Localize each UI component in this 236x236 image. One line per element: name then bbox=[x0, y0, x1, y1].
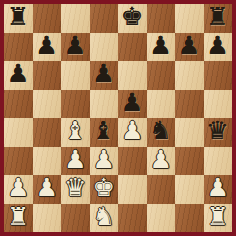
piece-black-knight[interactable]: ♞ bbox=[150, 118, 172, 146]
square-a5[interactable] bbox=[4, 90, 33, 119]
square-a7[interactable] bbox=[4, 33, 33, 62]
square-f5[interactable] bbox=[147, 90, 176, 119]
square-g8[interactable] bbox=[175, 4, 204, 33]
piece-black-bishop[interactable]: ♝ bbox=[93, 118, 115, 146]
square-h1[interactable]: ♜ bbox=[204, 204, 233, 233]
square-e6[interactable] bbox=[118, 61, 147, 90]
square-f6[interactable] bbox=[147, 61, 176, 90]
square-d8[interactable] bbox=[90, 4, 119, 33]
piece-black-queen[interactable]: ♛ bbox=[207, 118, 229, 146]
piece-white-rook[interactable]: ♜ bbox=[7, 204, 29, 232]
piece-black-pawn[interactable]: ♟ bbox=[150, 33, 172, 61]
square-e2[interactable] bbox=[118, 175, 147, 204]
square-d3[interactable]: ♟ bbox=[90, 147, 119, 176]
square-a6[interactable]: ♟ bbox=[4, 61, 33, 90]
square-h6[interactable] bbox=[204, 61, 233, 90]
piece-black-pawn[interactable]: ♟ bbox=[64, 33, 86, 61]
piece-black-rook[interactable]: ♜ bbox=[7, 4, 29, 32]
square-e4[interactable]: ♟ bbox=[118, 118, 147, 147]
square-d2[interactable]: ♚ bbox=[90, 175, 119, 204]
square-d1[interactable]: ♞ bbox=[90, 204, 119, 233]
piece-white-pawn[interactable]: ♟ bbox=[36, 175, 58, 203]
square-h5[interactable] bbox=[204, 90, 233, 119]
square-g7[interactable]: ♟ bbox=[175, 33, 204, 62]
square-h4[interactable]: ♛ bbox=[204, 118, 233, 147]
square-b4[interactable] bbox=[33, 118, 62, 147]
chess-board: ♜♚♜♟♟♟♟♟♟♟♟♝♝♟♞♛♟♟♟♟♟♛♚♟♜♞♜ bbox=[4, 4, 232, 232]
square-a4[interactable] bbox=[4, 118, 33, 147]
piece-white-queen[interactable]: ♛ bbox=[64, 175, 86, 203]
piece-white-pawn[interactable]: ♟ bbox=[64, 147, 86, 175]
piece-black-pawn[interactable]: ♟ bbox=[7, 61, 29, 89]
piece-white-pawn[interactable]: ♟ bbox=[150, 147, 172, 175]
piece-white-knight[interactable]: ♞ bbox=[93, 204, 115, 232]
square-b1[interactable] bbox=[33, 204, 62, 233]
piece-black-pawn[interactable]: ♟ bbox=[93, 61, 115, 89]
piece-black-pawn[interactable]: ♟ bbox=[178, 33, 200, 61]
square-d5[interactable] bbox=[90, 90, 119, 119]
piece-black-rook[interactable]: ♜ bbox=[207, 4, 229, 32]
piece-white-pawn[interactable]: ♟ bbox=[93, 147, 115, 175]
square-f2[interactable] bbox=[147, 175, 176, 204]
square-f7[interactable]: ♟ bbox=[147, 33, 176, 62]
square-b5[interactable] bbox=[33, 90, 62, 119]
square-g3[interactable] bbox=[175, 147, 204, 176]
square-a2[interactable]: ♟ bbox=[4, 175, 33, 204]
square-c7[interactable]: ♟ bbox=[61, 33, 90, 62]
square-c8[interactable] bbox=[61, 4, 90, 33]
square-g1[interactable] bbox=[175, 204, 204, 233]
square-h7[interactable]: ♟ bbox=[204, 33, 233, 62]
piece-black-pawn[interactable]: ♟ bbox=[36, 33, 58, 61]
square-g5[interactable] bbox=[175, 90, 204, 119]
piece-black-king[interactable]: ♚ bbox=[121, 4, 143, 32]
square-d4[interactable]: ♝ bbox=[90, 118, 119, 147]
square-g2[interactable] bbox=[175, 175, 204, 204]
piece-white-king[interactable]: ♚ bbox=[93, 175, 115, 203]
square-b2[interactable]: ♟ bbox=[33, 175, 62, 204]
piece-white-pawn[interactable]: ♟ bbox=[121, 118, 143, 146]
square-c5[interactable] bbox=[61, 90, 90, 119]
square-d6[interactable]: ♟ bbox=[90, 61, 119, 90]
square-d7[interactable] bbox=[90, 33, 119, 62]
square-h3[interactable] bbox=[204, 147, 233, 176]
piece-white-bishop[interactable]: ♝ bbox=[64, 118, 86, 146]
square-c6[interactable] bbox=[61, 61, 90, 90]
square-f1[interactable] bbox=[147, 204, 176, 233]
square-e7[interactable] bbox=[118, 33, 147, 62]
square-f4[interactable]: ♞ bbox=[147, 118, 176, 147]
square-g6[interactable] bbox=[175, 61, 204, 90]
piece-white-pawn[interactable]: ♟ bbox=[7, 175, 29, 203]
chess-board-frame: ♜♚♜♟♟♟♟♟♟♟♟♝♝♟♞♛♟♟♟♟♟♛♚♟♜♞♜ bbox=[0, 0, 236, 236]
square-c1[interactable] bbox=[61, 204, 90, 233]
piece-white-rook[interactable]: ♜ bbox=[207, 204, 229, 232]
square-c2[interactable]: ♛ bbox=[61, 175, 90, 204]
square-a1[interactable]: ♜ bbox=[4, 204, 33, 233]
square-g4[interactable] bbox=[175, 118, 204, 147]
square-e1[interactable] bbox=[118, 204, 147, 233]
square-h2[interactable]: ♟ bbox=[204, 175, 233, 204]
square-e5[interactable]: ♟ bbox=[118, 90, 147, 119]
square-f3[interactable]: ♟ bbox=[147, 147, 176, 176]
square-e3[interactable] bbox=[118, 147, 147, 176]
square-h8[interactable]: ♜ bbox=[204, 4, 233, 33]
piece-black-pawn[interactable]: ♟ bbox=[207, 33, 229, 61]
square-c4[interactable]: ♝ bbox=[61, 118, 90, 147]
square-b8[interactable] bbox=[33, 4, 62, 33]
piece-black-pawn[interactable]: ♟ bbox=[121, 90, 143, 118]
square-b6[interactable] bbox=[33, 61, 62, 90]
square-a8[interactable]: ♜ bbox=[4, 4, 33, 33]
square-b3[interactable] bbox=[33, 147, 62, 176]
square-e8[interactable]: ♚ bbox=[118, 4, 147, 33]
square-a3[interactable] bbox=[4, 147, 33, 176]
square-f8[interactable] bbox=[147, 4, 176, 33]
square-c3[interactable]: ♟ bbox=[61, 147, 90, 176]
square-b7[interactable]: ♟ bbox=[33, 33, 62, 62]
piece-white-pawn[interactable]: ♟ bbox=[207, 175, 229, 203]
